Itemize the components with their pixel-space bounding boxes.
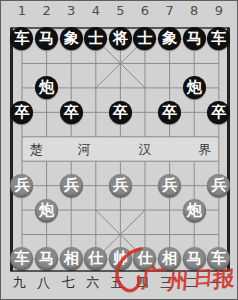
piece-red-rook[interactable]: 车 [10,247,33,270]
file-label-bottom-3: 三 [157,275,177,290]
piece-red-cannon[interactable]: 炮 [35,199,58,222]
file-label-top-3: 3 [61,3,81,19]
piece-black-elephant[interactable]: 象 [60,27,83,50]
piece-black-cannon[interactable]: 炮 [183,76,206,99]
piece-red-soldier[interactable]: 兵 [207,174,230,197]
file-label-top-8: 8 [184,3,204,19]
file-label-top-1: 1 [12,3,32,19]
piece-red-elephant[interactable]: 相 [158,247,181,270]
piece-black-soldier[interactable]: 卒 [10,101,33,124]
piece-black-soldier[interactable]: 卒 [158,101,181,124]
file-label-top-7: 7 [160,3,180,19]
piece-red-cannon[interactable]: 炮 [183,199,206,222]
piece-grid: 车马象士将士象马车炮炮卒卒卒卒卒兵兵兵兵兵炮炮车马相仕帅仕相马车 [10,27,231,271]
piece-red-horse[interactable]: 马 [183,247,206,270]
piece-red-general[interactable]: 帅 [109,247,132,270]
piece-red-soldier[interactable]: 兵 [109,174,132,197]
piece-black-soldier[interactable]: 卒 [60,101,83,124]
file-label-bottom-1: 一 [206,275,226,290]
piece-black-elephant[interactable]: 象 [158,27,181,50]
file-label-top-4: 4 [86,3,106,19]
piece-black-advisor[interactable]: 士 [133,27,156,50]
piece-red-horse[interactable]: 马 [35,247,58,270]
piece-black-horse[interactable]: 马 [183,27,206,50]
file-label-bottom-2: 二 [181,275,201,290]
piece-black-soldier[interactable]: 卒 [207,101,230,124]
piece-red-soldier[interactable]: 兵 [60,174,83,197]
piece-red-elephant[interactable]: 相 [60,247,83,270]
piece-red-rook[interactable]: 车 [207,247,230,270]
piece-black-advisor[interactable]: 士 [84,27,107,50]
piece-black-cannon[interactable]: 炮 [35,76,58,99]
piece-red-soldier[interactable]: 兵 [158,174,181,197]
file-label-bottom-6: 六 [83,275,103,290]
piece-red-advisor[interactable]: 仕 [133,247,156,270]
file-label-bottom-7: 七 [58,275,78,290]
xiangqi-board-screenshot: 123456789 楚河汉界 车马象士将士象马车炮炮卒卒卒卒卒兵兵兵兵兵炮炮车马… [0,0,238,300]
file-label-bottom-5: 五 [107,275,127,290]
file-label-top-5: 5 [110,3,130,19]
piece-black-rook[interactable]: 车 [207,27,230,50]
file-label-bottom-4: 四 [132,275,152,290]
file-label-top-9: 9 [209,3,229,19]
piece-black-horse[interactable]: 马 [35,27,58,50]
piece-red-soldier[interactable]: 兵 [10,174,33,197]
file-label-top-6: 6 [135,3,155,19]
piece-black-general[interactable]: 将 [109,27,132,50]
piece-black-soldier[interactable]: 卒 [109,101,132,124]
piece-red-advisor[interactable]: 仕 [84,247,107,270]
piece-black-rook[interactable]: 车 [10,27,33,50]
file-label-bottom-8: 八 [34,275,54,290]
file-label-top-2: 2 [37,3,57,19]
file-label-bottom-9: 九 [9,275,29,290]
